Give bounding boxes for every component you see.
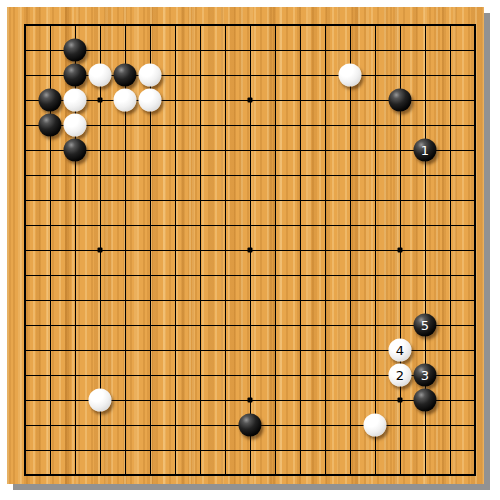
star-point bbox=[398, 398, 403, 403]
move-number-label: 3 bbox=[421, 369, 429, 382]
star-point bbox=[98, 248, 103, 253]
stone-black[interactable] bbox=[39, 89, 62, 112]
star-point bbox=[398, 248, 403, 253]
stone-white[interactable] bbox=[139, 64, 162, 87]
grid-line-horizontal bbox=[24, 474, 476, 476]
grid-line-horizontal bbox=[24, 450, 476, 451]
grid-line-horizontal bbox=[24, 275, 476, 276]
stone-white[interactable] bbox=[339, 64, 362, 87]
grid-line-horizontal bbox=[24, 325, 476, 326]
stone-white[interactable] bbox=[114, 89, 137, 112]
page-canvas: 15423 bbox=[0, 0, 500, 500]
star-point bbox=[248, 398, 253, 403]
stone-black[interactable] bbox=[39, 114, 62, 137]
move-number-label: 5 bbox=[421, 319, 429, 332]
grid-line-vertical bbox=[375, 24, 376, 476]
stone-black[interactable] bbox=[239, 414, 262, 437]
stone-black[interactable] bbox=[64, 64, 87, 87]
stone-white[interactable] bbox=[64, 89, 87, 112]
board-grid: 15423 bbox=[7, 7, 484, 484]
grid-line-vertical bbox=[350, 24, 351, 476]
grid-line-vertical bbox=[325, 24, 326, 476]
star-point bbox=[248, 248, 253, 253]
stone-white[interactable] bbox=[89, 389, 112, 412]
stone-white-move-4[interactable]: 4 bbox=[389, 339, 412, 362]
stone-white-move-2[interactable]: 2 bbox=[389, 364, 412, 387]
move-number-label: 1 bbox=[421, 144, 429, 157]
move-number-label: 4 bbox=[396, 344, 404, 357]
stone-white[interactable] bbox=[139, 89, 162, 112]
grid-line-vertical bbox=[474, 24, 476, 476]
stone-black[interactable] bbox=[64, 39, 87, 62]
stone-white[interactable] bbox=[64, 114, 87, 137]
star-point bbox=[248, 98, 253, 103]
stone-white[interactable] bbox=[364, 414, 387, 437]
stone-black[interactable] bbox=[114, 64, 137, 87]
go-board[interactable]: 15423 bbox=[7, 7, 484, 484]
stone-black[interactable] bbox=[389, 89, 412, 112]
stone-black[interactable] bbox=[414, 389, 437, 412]
move-number-label: 2 bbox=[396, 369, 404, 382]
stone-black-move-1[interactable]: 1 bbox=[414, 139, 437, 162]
stone-black-move-5[interactable]: 5 bbox=[414, 314, 437, 337]
grid-line-vertical bbox=[450, 24, 451, 476]
stone-black-move-3[interactable]: 3 bbox=[414, 364, 437, 387]
stone-white[interactable] bbox=[89, 64, 112, 87]
star-point bbox=[98, 98, 103, 103]
grid-line-vertical bbox=[300, 24, 301, 476]
grid-line-vertical bbox=[275, 24, 276, 476]
grid-line-horizontal bbox=[24, 300, 476, 301]
stone-black[interactable] bbox=[64, 139, 87, 162]
